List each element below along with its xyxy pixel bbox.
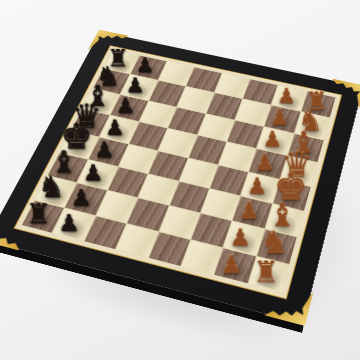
piece-black-rook: ♜ <box>22 200 54 228</box>
piece-brown-pawn: ♟ <box>215 253 249 277</box>
piece-black-pawn: ♟ <box>111 96 140 117</box>
piece-black-pawn: ♟ <box>78 163 109 186</box>
piece-brown-rook: ♜ <box>249 257 283 286</box>
piece-brown-pawn: ♟ <box>224 226 257 250</box>
square-h1: ♜ <box>248 256 289 292</box>
piece-brown-pawn: ♟ <box>233 200 265 223</box>
piece-black-pawn: ♟ <box>101 117 131 139</box>
piece-black-pawn: ♟ <box>89 139 119 161</box>
piece-brown-knight: ♞ <box>257 226 290 258</box>
board-grid: ♜♟♟♜♞♟♟♞♝♟♟♝♛♟♟♛♚♟♟♚♝♟♟♝♞♟♟♞♜♟♟♜ <box>22 50 335 292</box>
piece-brown-pawn: ♟ <box>242 175 274 198</box>
square-d6 <box>129 122 167 150</box>
piece-black-pawn: ♟ <box>53 212 86 236</box>
piece-black-pawn: ♟ <box>66 187 98 210</box>
